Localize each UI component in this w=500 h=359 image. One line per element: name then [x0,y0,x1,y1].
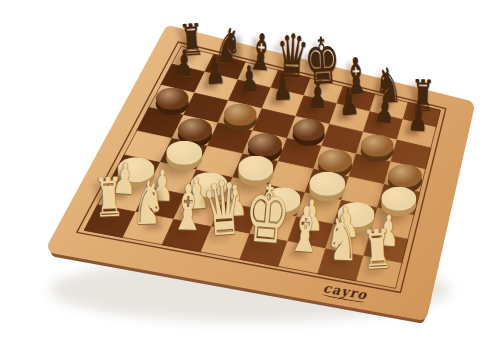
piece-dark-pawn-c7[interactable]: ♟ [238,61,260,98]
piece-dark-pawn-g7[interactable]: ♟ [373,92,396,130]
checker-dark-f5[interactable] [318,149,352,172]
product-photo-scene: cayro ♜♞♝♟♛♟♚♟♝♟♞♟♜♟♟♟♟♟♟♟♜♟♞♟♝♟♛♟♚♝♞♜ [0,0,500,359]
checker-dark-d5[interactable] [248,133,282,156]
piece-light-rook-h1[interactable]: ♜ [361,222,394,277]
piece-dark-pawn-e7[interactable]: ♟ [307,77,328,114]
piece-light-knight-g1[interactable]: ♞ [324,208,360,270]
piece-dark-pawn-d7[interactable]: ♟ [272,69,293,106]
checker-dark-b5[interactable] [178,118,212,141]
piece-dark-pawn-a7[interactable]: ♟ [173,45,195,82]
piece-dark-pawn-h7[interactable]: ♟ [407,100,430,138]
checker-dark-c6[interactable] [224,104,257,126]
checker-dark-g6[interactable] [361,135,394,157]
checker-dark-a6[interactable] [156,88,189,110]
checker-dark-h5[interactable] [388,164,422,187]
piece-light-bishop-f1[interactable]: ♝ [285,198,324,263]
piece-dark-pawn-f7[interactable]: ♟ [337,84,360,122]
piece-dark-pawn-b7[interactable]: ♟ [204,53,226,90]
piece-light-rook-a1[interactable]: ♜ [93,171,125,226]
piece-light-king-e1[interactable]: ♚ [242,173,293,257]
checker-dark-e6[interactable] [292,119,325,141]
piece-light-knight-b1[interactable]: ♞ [130,172,165,233]
piece-light-queen-d1[interactable]: ♛ [200,171,247,248]
